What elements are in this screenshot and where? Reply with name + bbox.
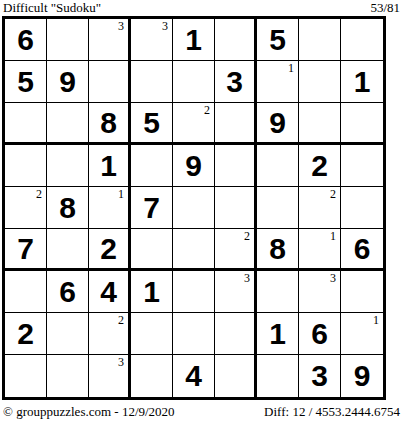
- cell-r4c6[interactable]: [215, 145, 257, 187]
- cell-r4c2[interactable]: [47, 145, 89, 187]
- cell-r8c7[interactable]: 1: [257, 313, 299, 355]
- given-digit: 5: [269, 25, 286, 55]
- given-digit: 9: [269, 108, 286, 138]
- given-digit: 3: [226, 67, 243, 97]
- cell-r3c7[interactable]: 9: [257, 103, 299, 145]
- cell-r7c9[interactable]: [341, 271, 383, 313]
- cell-r6c5[interactable]: [173, 229, 215, 271]
- cell-r1c5[interactable]: 1: [173, 19, 215, 61]
- cell-r8c2[interactable]: [47, 313, 89, 355]
- cell-r5c6[interactable]: [215, 187, 257, 229]
- header: Difficult "Sudoku" 53/81: [2, 1, 401, 16]
- cell-r7c3[interactable]: 4: [89, 271, 131, 313]
- cell-r9c5[interactable]: 4: [173, 355, 215, 397]
- given-digit: 2: [17, 319, 34, 349]
- pencil-mark: 1: [330, 230, 336, 243]
- cell-r2c1[interactable]: 5: [5, 61, 47, 103]
- cell-r6c8[interactable]: 1: [299, 229, 341, 271]
- cell-r8c1[interactable]: 2: [5, 313, 47, 355]
- cell-r4c3[interactable]: 1: [89, 145, 131, 187]
- cell-r7c5[interactable]: [173, 271, 215, 313]
- cell-r1c7[interactable]: 5: [257, 19, 299, 61]
- cell-r2c5[interactable]: [173, 61, 215, 103]
- cell-r3c2[interactable]: [47, 103, 89, 145]
- pencil-mark: 3: [162, 20, 168, 33]
- cell-r6c4[interactable]: [131, 229, 173, 271]
- cell-r1c4[interactable]: 3: [131, 19, 173, 61]
- cell-r3c1[interactable]: [5, 103, 47, 145]
- pencil-mark: 2: [36, 188, 42, 201]
- cell-r1c3[interactable]: 3: [89, 19, 131, 61]
- pencil-mark: 2: [118, 314, 124, 327]
- cell-r9c4[interactable]: [131, 355, 173, 397]
- given-digit: 8: [59, 193, 76, 223]
- cell-r6c1[interactable]: 7: [5, 229, 47, 271]
- cell-r4c4[interactable]: [131, 145, 173, 187]
- footer-copyright: © grouppuzzles.com - 12/9/2020: [3, 404, 175, 419]
- given-digit: 2: [100, 234, 117, 264]
- cell-r4c9[interactable]: [341, 145, 383, 187]
- cell-r1c6[interactable]: [215, 19, 257, 61]
- cell-r7c2[interactable]: 6: [47, 271, 89, 313]
- cell-r3c6[interactable]: [215, 103, 257, 145]
- cell-r9c2[interactable]: [47, 355, 89, 397]
- given-digit: 3: [311, 361, 328, 391]
- given-digit: 9: [354, 361, 371, 391]
- cell-r2c2[interactable]: 9: [47, 61, 89, 103]
- cell-r9c6[interactable]: [215, 355, 257, 397]
- footer-difficulty: Diff: 12 / 4553.2444.6754: [264, 404, 400, 419]
- pencil-mark: 2: [330, 188, 336, 201]
- page-title: Difficult "Sudoku": [3, 1, 101, 15]
- cell-r9c7[interactable]: [257, 355, 299, 397]
- given-digit: 1: [143, 277, 160, 307]
- cell-r5c4[interactable]: 7: [131, 187, 173, 229]
- cell-r4c7[interactable]: [257, 145, 299, 187]
- cell-r9c1[interactable]: [5, 355, 47, 397]
- cell-r3c8[interactable]: [299, 103, 341, 145]
- given-digit: 6: [59, 277, 76, 307]
- cell-r7c8[interactable]: 3: [299, 271, 341, 313]
- cell-r2c4[interactable]: [131, 61, 173, 103]
- cell-r5c3[interactable]: 1: [89, 187, 131, 229]
- given-digit: 5: [17, 67, 34, 97]
- cell-r7c6[interactable]: 3: [215, 271, 257, 313]
- cell-r6c3[interactable]: 2: [89, 229, 131, 271]
- cell-r5c2[interactable]: 8: [47, 187, 89, 229]
- given-digit: 7: [17, 234, 34, 264]
- cell-r7c4[interactable]: 1: [131, 271, 173, 313]
- cell-r1c9[interactable]: [341, 19, 383, 61]
- given-digit: 1: [269, 319, 286, 349]
- cell-r3c9[interactable]: [341, 103, 383, 145]
- given-digit: 4: [185, 361, 202, 391]
- given-digit: 1: [354, 67, 371, 97]
- sudoku-page: Difficult "Sudoku" 53/81 633155931185291…: [0, 0, 403, 419]
- given-digit: 9: [59, 67, 76, 97]
- cell-r2c7[interactable]: 1: [257, 61, 299, 103]
- cell-r1c8[interactable]: [299, 19, 341, 61]
- footer: © grouppuzzles.com - 12/9/2020 Diff: 12 …: [2, 404, 401, 419]
- given-digit: 8: [269, 234, 286, 264]
- cell-r5c5[interactable]: [173, 187, 215, 229]
- pencil-mark: 3: [118, 20, 124, 33]
- cell-r2c6[interactable]: 3: [215, 61, 257, 103]
- cell-r9c3[interactable]: 3: [89, 355, 131, 397]
- cell-r2c3[interactable]: [89, 61, 131, 103]
- cell-r3c5[interactable]: 2: [173, 103, 215, 145]
- given-digit: 8: [100, 108, 117, 138]
- sudoku-board: 6331559311852919228172722816641332216134…: [2, 16, 386, 400]
- given-digit: 1: [185, 25, 202, 55]
- given-digit: 6: [311, 319, 328, 349]
- given-digit: 2: [311, 151, 328, 181]
- cell-r4c1[interactable]: [5, 145, 47, 187]
- cell-r7c1[interactable]: [5, 271, 47, 313]
- given-digit: 4: [100, 277, 117, 307]
- cell-r4c8[interactable]: 2: [299, 145, 341, 187]
- cell-r6c9[interactable]: 6: [341, 229, 383, 271]
- pencil-mark: 2: [244, 230, 250, 243]
- cell-r5c1[interactable]: 2: [5, 187, 47, 229]
- pencil-mark: 1: [373, 314, 379, 327]
- cell-r3c4[interactable]: 5: [131, 103, 173, 145]
- given-digit: 1: [100, 151, 117, 181]
- cell-r8c3[interactable]: 2: [89, 313, 131, 355]
- cell-r2c9[interactable]: 1: [341, 61, 383, 103]
- cell-r8c4[interactable]: [131, 313, 173, 355]
- pencil-mark: 1: [288, 62, 294, 75]
- pencil-mark: 3: [118, 356, 124, 369]
- given-digit: 9: [185, 151, 202, 181]
- cell-r5c9[interactable]: [341, 187, 383, 229]
- cell-r5c8[interactable]: 2: [299, 187, 341, 229]
- cell-r6c2[interactable]: [47, 229, 89, 271]
- cell-r1c2[interactable]: [47, 19, 89, 61]
- given-digit: 6: [17, 25, 34, 55]
- given-digit: 7: [143, 193, 160, 223]
- cell-r8c9[interactable]: 1: [341, 313, 383, 355]
- pencil-mark: 2: [204, 104, 210, 117]
- pencil-mark: 3: [244, 272, 250, 285]
- cell-r4c5[interactable]: 9: [173, 145, 215, 187]
- progress-counter: 53/81: [370, 1, 400, 15]
- cell-r1c1[interactable]: 6: [5, 19, 47, 61]
- cell-r8c8[interactable]: 6: [299, 313, 341, 355]
- cell-r9c9[interactable]: 9: [341, 355, 383, 397]
- cell-r8c5[interactable]: [173, 313, 215, 355]
- cell-r8c6[interactable]: [215, 313, 257, 355]
- cell-r3c3[interactable]: 8: [89, 103, 131, 145]
- pencil-mark: 3: [330, 272, 336, 285]
- cell-r7c7[interactable]: [257, 271, 299, 313]
- cell-r6c6[interactable]: 2: [215, 229, 257, 271]
- cell-r5c7[interactable]: [257, 187, 299, 229]
- pencil-mark: 1: [118, 188, 124, 201]
- given-digit: 5: [143, 108, 160, 138]
- cell-r2c8[interactable]: [299, 61, 341, 103]
- cell-r9c8[interactable]: 3: [299, 355, 341, 397]
- cell-r6c7[interactable]: 8: [257, 229, 299, 271]
- given-digit: 6: [354, 234, 371, 264]
